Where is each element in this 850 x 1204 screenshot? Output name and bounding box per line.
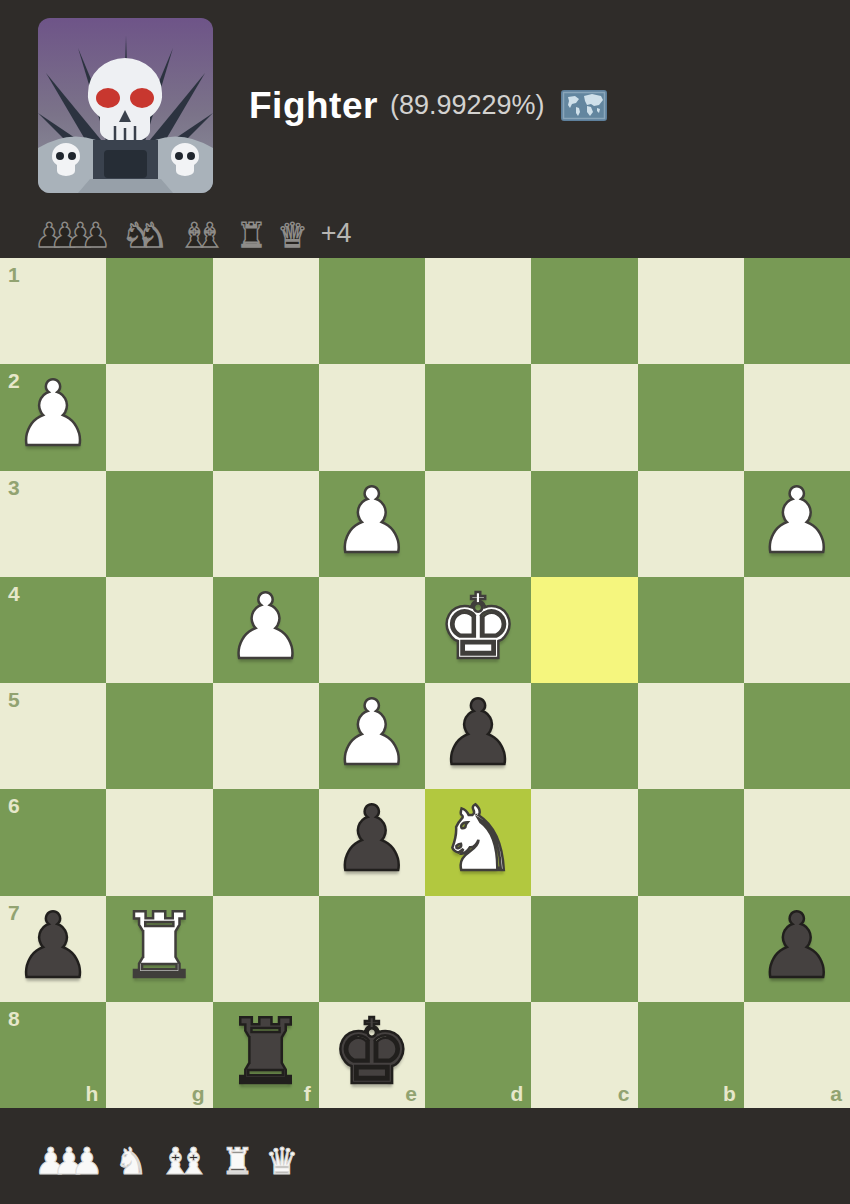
square-f2[interactable] xyxy=(213,364,319,470)
rank-label-8: 8 xyxy=(8,1008,20,1029)
square-e2[interactable] xyxy=(319,364,425,470)
square-b3[interactable] xyxy=(638,471,744,577)
captured-black-rook-icon: ♜ xyxy=(236,218,266,252)
captured-white-rook-icon: ♜ xyxy=(221,1143,254,1180)
player-avatar[interactable] xyxy=(38,18,213,193)
captured-black-knight-icon: ♞ xyxy=(137,218,167,252)
square-b5[interactable] xyxy=(638,683,744,789)
black-pawn-d5[interactable]: ♟ xyxy=(438,688,519,778)
white-pawn-h2[interactable]: ♟ xyxy=(13,369,94,459)
square-d6[interactable]: ♞ xyxy=(425,789,531,895)
captured-white-bishop-icon: ♝ xyxy=(177,1143,210,1180)
square-h1[interactable]: 1 xyxy=(0,258,106,364)
square-d2[interactable] xyxy=(425,364,531,470)
square-c6[interactable] xyxy=(531,789,637,895)
white-knight-d6[interactable]: ♞ xyxy=(438,794,519,884)
square-e1[interactable] xyxy=(319,258,425,364)
captured-white-pieces: ♟♟♟♞♝♝♜♛ xyxy=(34,1143,309,1180)
square-h6[interactable]: 6 xyxy=(0,789,106,895)
captured-black-rook-group: ♜ xyxy=(236,218,266,252)
square-h8[interactable]: 8h xyxy=(0,1002,106,1108)
square-d7[interactable] xyxy=(425,896,531,1002)
square-f1[interactable] xyxy=(213,258,319,364)
square-g2[interactable] xyxy=(106,364,212,470)
black-pawn-e6[interactable]: ♟ xyxy=(332,794,413,884)
captured-black-knight-group: ♞♞ xyxy=(122,218,168,252)
square-e6[interactable]: ♟ xyxy=(319,789,425,895)
white-pawn-f4[interactable]: ♟ xyxy=(225,582,306,672)
captured-black-pieces: ♟♟♟♟♞♞♝♝♜♛ xyxy=(34,218,319,252)
black-king-e8[interactable]: ♚ xyxy=(332,1007,413,1097)
captured-white-knight-icon: ♞ xyxy=(115,1143,148,1180)
square-f5[interactable] xyxy=(213,683,319,789)
captured-white-knight-group: ♞ xyxy=(115,1143,148,1180)
captured-black-queen-icon: ♛ xyxy=(277,218,307,252)
square-f4[interactable]: ♟ xyxy=(213,577,319,683)
square-f8[interactable]: f♜ xyxy=(213,1002,319,1108)
square-a5[interactable] xyxy=(744,683,850,789)
file-label-b: b xyxy=(723,1083,736,1104)
square-h3[interactable]: 3 xyxy=(0,471,106,577)
square-b4[interactable] xyxy=(638,577,744,683)
captured-white-pawn-icon: ♟ xyxy=(70,1143,103,1180)
file-label-h: h xyxy=(85,1083,98,1104)
captured-black-bishop-group: ♝♝ xyxy=(179,218,225,252)
square-f6[interactable] xyxy=(213,789,319,895)
square-h7[interactable]: 7♟ xyxy=(0,896,106,1002)
square-c4[interactable] xyxy=(531,577,637,683)
square-c2[interactable] xyxy=(531,364,637,470)
square-e8[interactable]: e♚ xyxy=(319,1002,425,1108)
square-b7[interactable] xyxy=(638,896,744,1002)
square-b2[interactable] xyxy=(638,364,744,470)
square-e4[interactable] xyxy=(319,577,425,683)
square-f3[interactable] xyxy=(213,471,319,577)
material-advantage-badge: +4 xyxy=(321,218,352,252)
player-info: Fighter (89.99229%) xyxy=(249,85,607,127)
rank-label-3: 3 xyxy=(8,477,20,498)
square-d5[interactable]: ♟ xyxy=(425,683,531,789)
square-e7[interactable] xyxy=(319,896,425,1002)
rank-label-4: 4 xyxy=(8,583,20,604)
black-pawn-h7[interactable]: ♟ xyxy=(13,901,94,991)
square-c8[interactable]: c xyxy=(531,1002,637,1108)
square-a2[interactable] xyxy=(744,364,850,470)
square-g6[interactable] xyxy=(106,789,212,895)
black-rook-f8[interactable]: ♜ xyxy=(225,1007,306,1097)
square-c1[interactable] xyxy=(531,258,637,364)
rank-label-1: 1 xyxy=(8,264,20,285)
captured-black-bishop-icon: ♝ xyxy=(194,218,224,252)
square-d8[interactable]: d xyxy=(425,1002,531,1108)
square-a3[interactable]: ♟ xyxy=(744,471,850,577)
captured-black-queen-group: ♛ xyxy=(277,218,307,252)
square-b6[interactable] xyxy=(638,789,744,895)
player-name[interactable]: Fighter xyxy=(249,85,378,127)
square-e3[interactable]: ♟ xyxy=(319,471,425,577)
rank-label-6: 6 xyxy=(8,795,20,816)
white-pawn-a3[interactable]: ♟ xyxy=(757,476,838,566)
captured-pieces-tray-bottom: ♟♟♟♞♝♝♜♛ xyxy=(34,1138,311,1180)
square-g7[interactable]: ♜ xyxy=(106,896,212,1002)
file-label-a: a xyxy=(830,1083,842,1104)
captured-white-bishop-group: ♝♝ xyxy=(159,1143,210,1180)
rank-label-5: 5 xyxy=(8,689,20,710)
black-pawn-a7[interactable]: ♟ xyxy=(757,901,838,991)
square-g8[interactable]: g xyxy=(106,1002,212,1108)
square-f7[interactable] xyxy=(213,896,319,1002)
chess-app: { "game": "chess", "player_top": { "name… xyxy=(0,0,850,1204)
square-g1[interactable] xyxy=(106,258,212,364)
square-g3[interactable] xyxy=(106,471,212,577)
file-label-c: c xyxy=(618,1083,630,1104)
captured-white-queen-icon: ♛ xyxy=(265,1143,298,1180)
square-a4[interactable] xyxy=(744,577,850,683)
square-g4[interactable] xyxy=(106,577,212,683)
square-h5[interactable]: 5 xyxy=(0,683,106,789)
square-b8[interactable]: b xyxy=(638,1002,744,1108)
square-c3[interactable] xyxy=(531,471,637,577)
captured-white-rook-group: ♜ xyxy=(221,1143,254,1180)
captured-black-pawn-icon: ♟ xyxy=(80,218,110,252)
square-a6[interactable] xyxy=(744,789,850,895)
chess-board[interactable]: 12♟3♟♟4♟♚5♟♟6♟♞7♟♜♟8hgf♜e♚dcba xyxy=(0,258,850,1108)
square-d1[interactable] xyxy=(425,258,531,364)
square-c5[interactable] xyxy=(531,683,637,789)
white-king-d4[interactable]: ♚ xyxy=(438,582,519,672)
white-pawn-e5[interactable]: ♟ xyxy=(332,688,413,778)
player-accuracy: (89.99229%) xyxy=(390,90,545,121)
square-h2[interactable]: 2♟ xyxy=(0,364,106,470)
white-rook-g7[interactable]: ♜ xyxy=(119,901,200,991)
square-a8[interactable]: a xyxy=(744,1002,850,1108)
square-d4[interactable]: ♚ xyxy=(425,577,531,683)
white-pawn-e3[interactable]: ♟ xyxy=(332,476,413,566)
square-h4[interactable]: 4 xyxy=(0,577,106,683)
square-a1[interactable] xyxy=(744,258,850,364)
captured-black-pawn-group: ♟♟♟♟ xyxy=(34,218,111,252)
square-a7[interactable]: ♟ xyxy=(744,896,850,1002)
skull-throne-avatar-art xyxy=(38,18,213,193)
square-d3[interactable] xyxy=(425,471,531,577)
file-label-d: d xyxy=(510,1083,523,1104)
square-e5[interactable]: ♟ xyxy=(319,683,425,789)
world-flag-icon xyxy=(561,90,607,121)
square-b1[interactable] xyxy=(638,258,744,364)
square-g5[interactable] xyxy=(106,683,212,789)
square-c7[interactable] xyxy=(531,896,637,1002)
captured-white-queen-group: ♛ xyxy=(265,1143,298,1180)
player-header: Fighter (89.99229%) xyxy=(38,18,607,193)
file-label-g: g xyxy=(192,1083,205,1104)
captured-pieces-tray-top: ♟♟♟♟♞♞♝♝♜♛ +4 xyxy=(34,210,352,252)
captured-white-pawn-group: ♟♟♟ xyxy=(34,1143,104,1180)
